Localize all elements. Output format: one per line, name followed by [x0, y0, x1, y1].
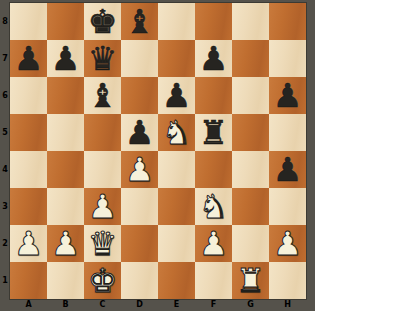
board-frame: 87654321 ♚♝♟♟♛♟♝♟♟♟♞♜♟♟♟♞♟♟♛♟♟♚♜ ABCDEFG…	[0, 0, 315, 311]
file-label-a: A	[10, 299, 47, 311]
piece-black-pawn[interactable]: ♟	[158, 77, 195, 114]
square-f6[interactable]	[195, 77, 232, 114]
square-e2[interactable]	[158, 225, 195, 262]
rank-label-5: 5	[0, 114, 10, 151]
square-g6[interactable]	[232, 77, 269, 114]
piece-white-pawn[interactable]: ♟	[121, 151, 158, 188]
square-e5[interactable]: ♞	[158, 114, 195, 151]
square-f1[interactable]	[195, 262, 232, 299]
piece-white-rook[interactable]: ♜	[232, 262, 269, 299]
square-b7[interactable]: ♟	[47, 40, 84, 77]
square-g8[interactable]	[232, 3, 269, 40]
square-h1[interactable]	[269, 262, 306, 299]
piece-white-pawn[interactable]: ♟	[47, 225, 84, 262]
square-b2[interactable]: ♟	[47, 225, 84, 262]
piece-black-rook[interactable]: ♜	[195, 114, 232, 151]
square-b8[interactable]	[47, 3, 84, 40]
chess-board: ♚♝♟♟♛♟♝♟♟♟♞♜♟♟♟♞♟♟♛♟♟♚♜	[9, 2, 307, 300]
square-c8[interactable]: ♚	[84, 3, 121, 40]
square-b5[interactable]	[47, 114, 84, 151]
square-a5[interactable]	[10, 114, 47, 151]
piece-white-pawn[interactable]: ♟	[269, 225, 306, 262]
piece-black-pawn[interactable]: ♟	[10, 40, 47, 77]
square-a6[interactable]	[10, 77, 47, 114]
piece-black-pawn[interactable]: ♟	[269, 77, 306, 114]
square-e3[interactable]	[158, 188, 195, 225]
square-g7[interactable]	[232, 40, 269, 77]
piece-white-pawn[interactable]: ♟	[195, 225, 232, 262]
square-d1[interactable]	[121, 262, 158, 299]
square-d6[interactable]	[121, 77, 158, 114]
square-h4[interactable]: ♟	[269, 151, 306, 188]
piece-white-knight[interactable]: ♞	[158, 114, 195, 151]
rank-label-2: 2	[0, 225, 10, 262]
piece-black-king[interactable]: ♚	[84, 3, 121, 40]
square-g1[interactable]: ♜	[232, 262, 269, 299]
square-a2[interactable]: ♟	[10, 225, 47, 262]
square-b6[interactable]	[47, 77, 84, 114]
piece-black-pawn[interactable]: ♟	[121, 114, 158, 151]
square-f2[interactable]: ♟	[195, 225, 232, 262]
square-d4[interactable]: ♟	[121, 151, 158, 188]
rank-label-4: 4	[0, 151, 10, 188]
file-label-g: G	[232, 299, 269, 311]
piece-white-pawn[interactable]: ♟	[10, 225, 47, 262]
square-a4[interactable]	[10, 151, 47, 188]
square-c3[interactable]: ♟	[84, 188, 121, 225]
file-label-d: D	[121, 299, 158, 311]
square-d5[interactable]: ♟	[121, 114, 158, 151]
square-e8[interactable]	[158, 3, 195, 40]
file-labels: ABCDEFGH	[10, 299, 306, 311]
square-f5[interactable]: ♜	[195, 114, 232, 151]
square-a7[interactable]: ♟	[10, 40, 47, 77]
square-h2[interactable]: ♟	[269, 225, 306, 262]
square-a1[interactable]	[10, 262, 47, 299]
piece-white-king[interactable]: ♚	[84, 262, 121, 299]
square-b3[interactable]	[47, 188, 84, 225]
square-d2[interactable]	[121, 225, 158, 262]
square-e7[interactable]	[158, 40, 195, 77]
square-f7[interactable]: ♟	[195, 40, 232, 77]
square-d8[interactable]: ♝	[121, 3, 158, 40]
square-h8[interactable]	[269, 3, 306, 40]
file-label-h: H	[269, 299, 306, 311]
file-label-f: F	[195, 299, 232, 311]
square-d7[interactable]	[121, 40, 158, 77]
square-e6[interactable]: ♟	[158, 77, 195, 114]
square-a8[interactable]	[10, 3, 47, 40]
piece-black-bishop[interactable]: ♝	[121, 3, 158, 40]
file-label-e: E	[158, 299, 195, 311]
square-b4[interactable]	[47, 151, 84, 188]
rank-label-8: 8	[0, 3, 10, 40]
square-f8[interactable]	[195, 3, 232, 40]
square-g4[interactable]	[232, 151, 269, 188]
square-a3[interactable]	[10, 188, 47, 225]
piece-black-bishop[interactable]: ♝	[84, 77, 121, 114]
square-g3[interactable]	[232, 188, 269, 225]
piece-white-queen[interactable]: ♛	[84, 225, 121, 262]
rank-label-3: 3	[0, 188, 10, 225]
square-f4[interactable]	[195, 151, 232, 188]
piece-black-pawn[interactable]: ♟	[195, 40, 232, 77]
piece-black-pawn[interactable]: ♟	[269, 151, 306, 188]
square-c6[interactable]: ♝	[84, 77, 121, 114]
file-label-c: C	[84, 299, 121, 311]
square-h6[interactable]: ♟	[269, 77, 306, 114]
square-c4[interactable]	[84, 151, 121, 188]
square-g2[interactable]	[232, 225, 269, 262]
square-c7[interactable]: ♛	[84, 40, 121, 77]
square-c5[interactable]	[84, 114, 121, 151]
square-d3[interactable]	[121, 188, 158, 225]
square-h3[interactable]	[269, 188, 306, 225]
square-e4[interactable]	[158, 151, 195, 188]
piece-black-pawn[interactable]: ♟	[47, 40, 84, 77]
square-h5[interactable]	[269, 114, 306, 151]
square-g5[interactable]	[232, 114, 269, 151]
square-e1[interactable]	[158, 262, 195, 299]
square-c1[interactable]: ♚	[84, 262, 121, 299]
page: 87654321 ♚♝♟♟♛♟♝♟♟♟♞♜♟♟♟♞♟♟♛♟♟♚♜ ABCDEFG…	[0, 0, 414, 311]
square-b1[interactable]	[47, 262, 84, 299]
piece-black-queen[interactable]: ♛	[84, 40, 121, 77]
piece-white-pawn[interactable]: ♟	[84, 188, 121, 225]
square-c2[interactable]: ♛	[84, 225, 121, 262]
file-label-b: B	[47, 299, 84, 311]
rank-label-7: 7	[0, 40, 10, 77]
rank-labels: 87654321	[0, 3, 10, 299]
piece-white-knight[interactable]: ♞	[195, 188, 232, 225]
square-f3[interactable]: ♞	[195, 188, 232, 225]
rank-label-1: 1	[0, 262, 10, 299]
square-h7[interactable]	[269, 40, 306, 77]
rank-label-6: 6	[0, 77, 10, 114]
